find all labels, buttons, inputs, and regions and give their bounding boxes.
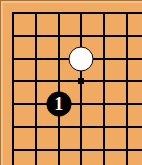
intersection-6-3[interactable] bbox=[116, 47, 139, 70]
intersection-4-6[interactable] bbox=[70, 116, 93, 139]
intersection-2-4[interactable] bbox=[24, 70, 47, 93]
intersection-6-2[interactable] bbox=[116, 24, 139, 47]
intersection-1-6[interactable] bbox=[2, 116, 25, 139]
intersection-1-3[interactable] bbox=[2, 47, 25, 70]
intersection-6-5[interactable] bbox=[116, 93, 139, 116]
go-board-diagram: 1 bbox=[0, 0, 142, 165]
intersection-5-1[interactable] bbox=[93, 2, 116, 25]
intersection-3-6[interactable] bbox=[47, 116, 70, 139]
white-stone bbox=[69, 46, 94, 71]
intersection-2-3[interactable] bbox=[24, 47, 47, 70]
intersection-3-4[interactable] bbox=[47, 70, 70, 93]
intersection-3-2[interactable] bbox=[47, 24, 70, 47]
intersection-3-1[interactable] bbox=[47, 2, 70, 25]
intersection-5-4[interactable] bbox=[93, 70, 116, 93]
intersection-2-6[interactable] bbox=[24, 116, 47, 139]
intersection-1-2[interactable] bbox=[2, 24, 25, 47]
intersection-3-3[interactable] bbox=[47, 47, 70, 70]
board-grid: 1 bbox=[2, 2, 139, 162]
intersection-6-7[interactable] bbox=[116, 139, 139, 162]
intersection-6-6[interactable] bbox=[116, 116, 139, 139]
intersection-5-2[interactable] bbox=[93, 24, 116, 47]
intersection-4-3[interactable] bbox=[70, 47, 93, 70]
intersection-3-7[interactable] bbox=[47, 139, 70, 162]
intersection-1-4[interactable] bbox=[2, 70, 25, 93]
intersection-2-1[interactable] bbox=[24, 2, 47, 25]
intersection-4-1[interactable] bbox=[70, 2, 93, 25]
intersection-5-7[interactable] bbox=[93, 139, 116, 162]
intersection-5-6[interactable] bbox=[93, 116, 116, 139]
intersection-6-4[interactable] bbox=[116, 70, 139, 93]
intersection-2-5[interactable] bbox=[24, 93, 47, 116]
intersection-4-7[interactable] bbox=[70, 139, 93, 162]
hoshi-marker bbox=[78, 78, 84, 84]
intersection-1-1[interactable] bbox=[2, 2, 25, 25]
intersection-1-7[interactable] bbox=[2, 139, 25, 162]
intersection-2-2[interactable] bbox=[24, 24, 47, 47]
black-stone-1: 1 bbox=[46, 92, 71, 117]
intersection-6-1[interactable] bbox=[116, 2, 139, 25]
intersection-3-5[interactable]: 1 bbox=[47, 93, 70, 116]
intersection-4-5[interactable] bbox=[70, 93, 93, 116]
intersection-5-3[interactable] bbox=[93, 47, 116, 70]
intersection-2-7[interactable] bbox=[24, 139, 47, 162]
intersection-4-4[interactable] bbox=[70, 70, 93, 93]
intersection-4-2[interactable] bbox=[70, 24, 93, 47]
intersection-1-5[interactable] bbox=[2, 93, 25, 116]
intersection-5-5[interactable] bbox=[93, 93, 116, 116]
